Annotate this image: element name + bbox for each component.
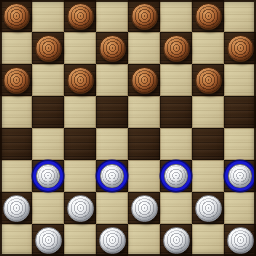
dark-square-r4c0[interactable] (0, 128, 32, 160)
light-square-r0c1 (32, 0, 64, 32)
dark-square-r4c6[interactable] (192, 128, 224, 160)
dark-square-r3c3[interactable] (96, 96, 128, 128)
white-checker[interactable] (99, 227, 126, 254)
white-checker[interactable] (163, 227, 190, 254)
dark-square-r2c4[interactable] (128, 64, 160, 96)
dark-square-r5c3[interactable] (96, 160, 128, 192)
light-square-r4c5 (160, 128, 192, 160)
light-square-r2c5 (160, 64, 192, 96)
dark-square-r7c7[interactable] (224, 224, 256, 256)
dark-square-r1c5[interactable] (160, 32, 192, 64)
light-square-r7c2 (64, 224, 96, 256)
light-square-r5c0 (0, 160, 32, 192)
white-checker[interactable] (131, 195, 158, 222)
dark-square-r6c0[interactable] (0, 192, 32, 224)
dark-square-r6c2[interactable] (64, 192, 96, 224)
dark-square-r3c7[interactable] (224, 96, 256, 128)
white-checker[interactable] (35, 227, 62, 254)
light-square-r6c1 (32, 192, 64, 224)
light-square-r2c1 (32, 64, 64, 96)
dark-square-r7c3[interactable] (96, 224, 128, 256)
white-checker[interactable] (227, 227, 254, 254)
brown-checker[interactable] (131, 3, 158, 30)
light-square-r5c4 (128, 160, 160, 192)
light-square-r1c4 (128, 32, 160, 64)
light-square-r5c2 (64, 160, 96, 192)
brown-checker[interactable] (3, 67, 30, 94)
brown-checker[interactable] (67, 67, 94, 94)
dark-square-r4c4[interactable] (128, 128, 160, 160)
dark-square-r1c7[interactable] (224, 32, 256, 64)
dark-square-r5c1[interactable] (32, 160, 64, 192)
light-square-r3c2 (64, 96, 96, 128)
dark-square-r6c6[interactable] (192, 192, 224, 224)
dark-square-r7c1[interactable] (32, 224, 64, 256)
light-square-r7c4 (128, 224, 160, 256)
light-square-r7c6 (192, 224, 224, 256)
light-square-r6c7 (224, 192, 256, 224)
dark-square-r3c1[interactable] (32, 96, 64, 128)
light-square-r2c3 (96, 64, 128, 96)
dark-square-r1c3[interactable] (96, 32, 128, 64)
light-square-r2c7 (224, 64, 256, 96)
light-square-r1c2 (64, 32, 96, 64)
dark-square-r5c5[interactable] (160, 160, 192, 192)
dark-square-r0c4[interactable] (128, 0, 160, 32)
light-square-r3c6 (192, 96, 224, 128)
checkers-board (0, 0, 256, 256)
light-square-r4c3 (96, 128, 128, 160)
white-checker[interactable] (3, 195, 30, 222)
white-checker[interactable] (67, 195, 94, 222)
brown-checker[interactable] (3, 3, 30, 30)
brown-checker[interactable] (131, 67, 158, 94)
white-checker-highlighted[interactable] (36, 164, 60, 188)
dark-square-r0c2[interactable] (64, 0, 96, 32)
light-square-r0c7 (224, 0, 256, 32)
dark-square-r3c5[interactable] (160, 96, 192, 128)
brown-checker[interactable] (35, 35, 62, 62)
dark-square-r0c0[interactable] (0, 0, 32, 32)
light-square-r1c6 (192, 32, 224, 64)
dark-square-r2c2[interactable] (64, 64, 96, 96)
white-checker-highlighted[interactable] (100, 164, 124, 188)
dark-square-r6c4[interactable] (128, 192, 160, 224)
dark-square-r2c6[interactable] (192, 64, 224, 96)
brown-checker[interactable] (163, 35, 190, 62)
brown-checker[interactable] (195, 3, 222, 30)
brown-checker[interactable] (67, 3, 94, 30)
dark-square-r1c1[interactable] (32, 32, 64, 64)
dark-square-r4c2[interactable] (64, 128, 96, 160)
white-checker-highlighted[interactable] (228, 164, 252, 188)
light-square-r7c0 (0, 224, 32, 256)
brown-checker[interactable] (227, 35, 254, 62)
light-square-r0c3 (96, 0, 128, 32)
light-square-r3c4 (128, 96, 160, 128)
light-square-r3c0 (0, 96, 32, 128)
light-square-r4c7 (224, 128, 256, 160)
white-checker-highlighted[interactable] (164, 164, 188, 188)
white-checker[interactable] (195, 195, 222, 222)
brown-checker[interactable] (195, 67, 222, 94)
dark-square-r0c6[interactable] (192, 0, 224, 32)
dark-square-r2c0[interactable] (0, 64, 32, 96)
light-square-r5c6 (192, 160, 224, 192)
light-square-r1c0 (0, 32, 32, 64)
light-square-r0c5 (160, 0, 192, 32)
light-square-r6c5 (160, 192, 192, 224)
dark-square-r5c7[interactable] (224, 160, 256, 192)
light-square-r4c1 (32, 128, 64, 160)
light-square-r6c3 (96, 192, 128, 224)
brown-checker[interactable] (99, 35, 126, 62)
dark-square-r7c5[interactable] (160, 224, 192, 256)
